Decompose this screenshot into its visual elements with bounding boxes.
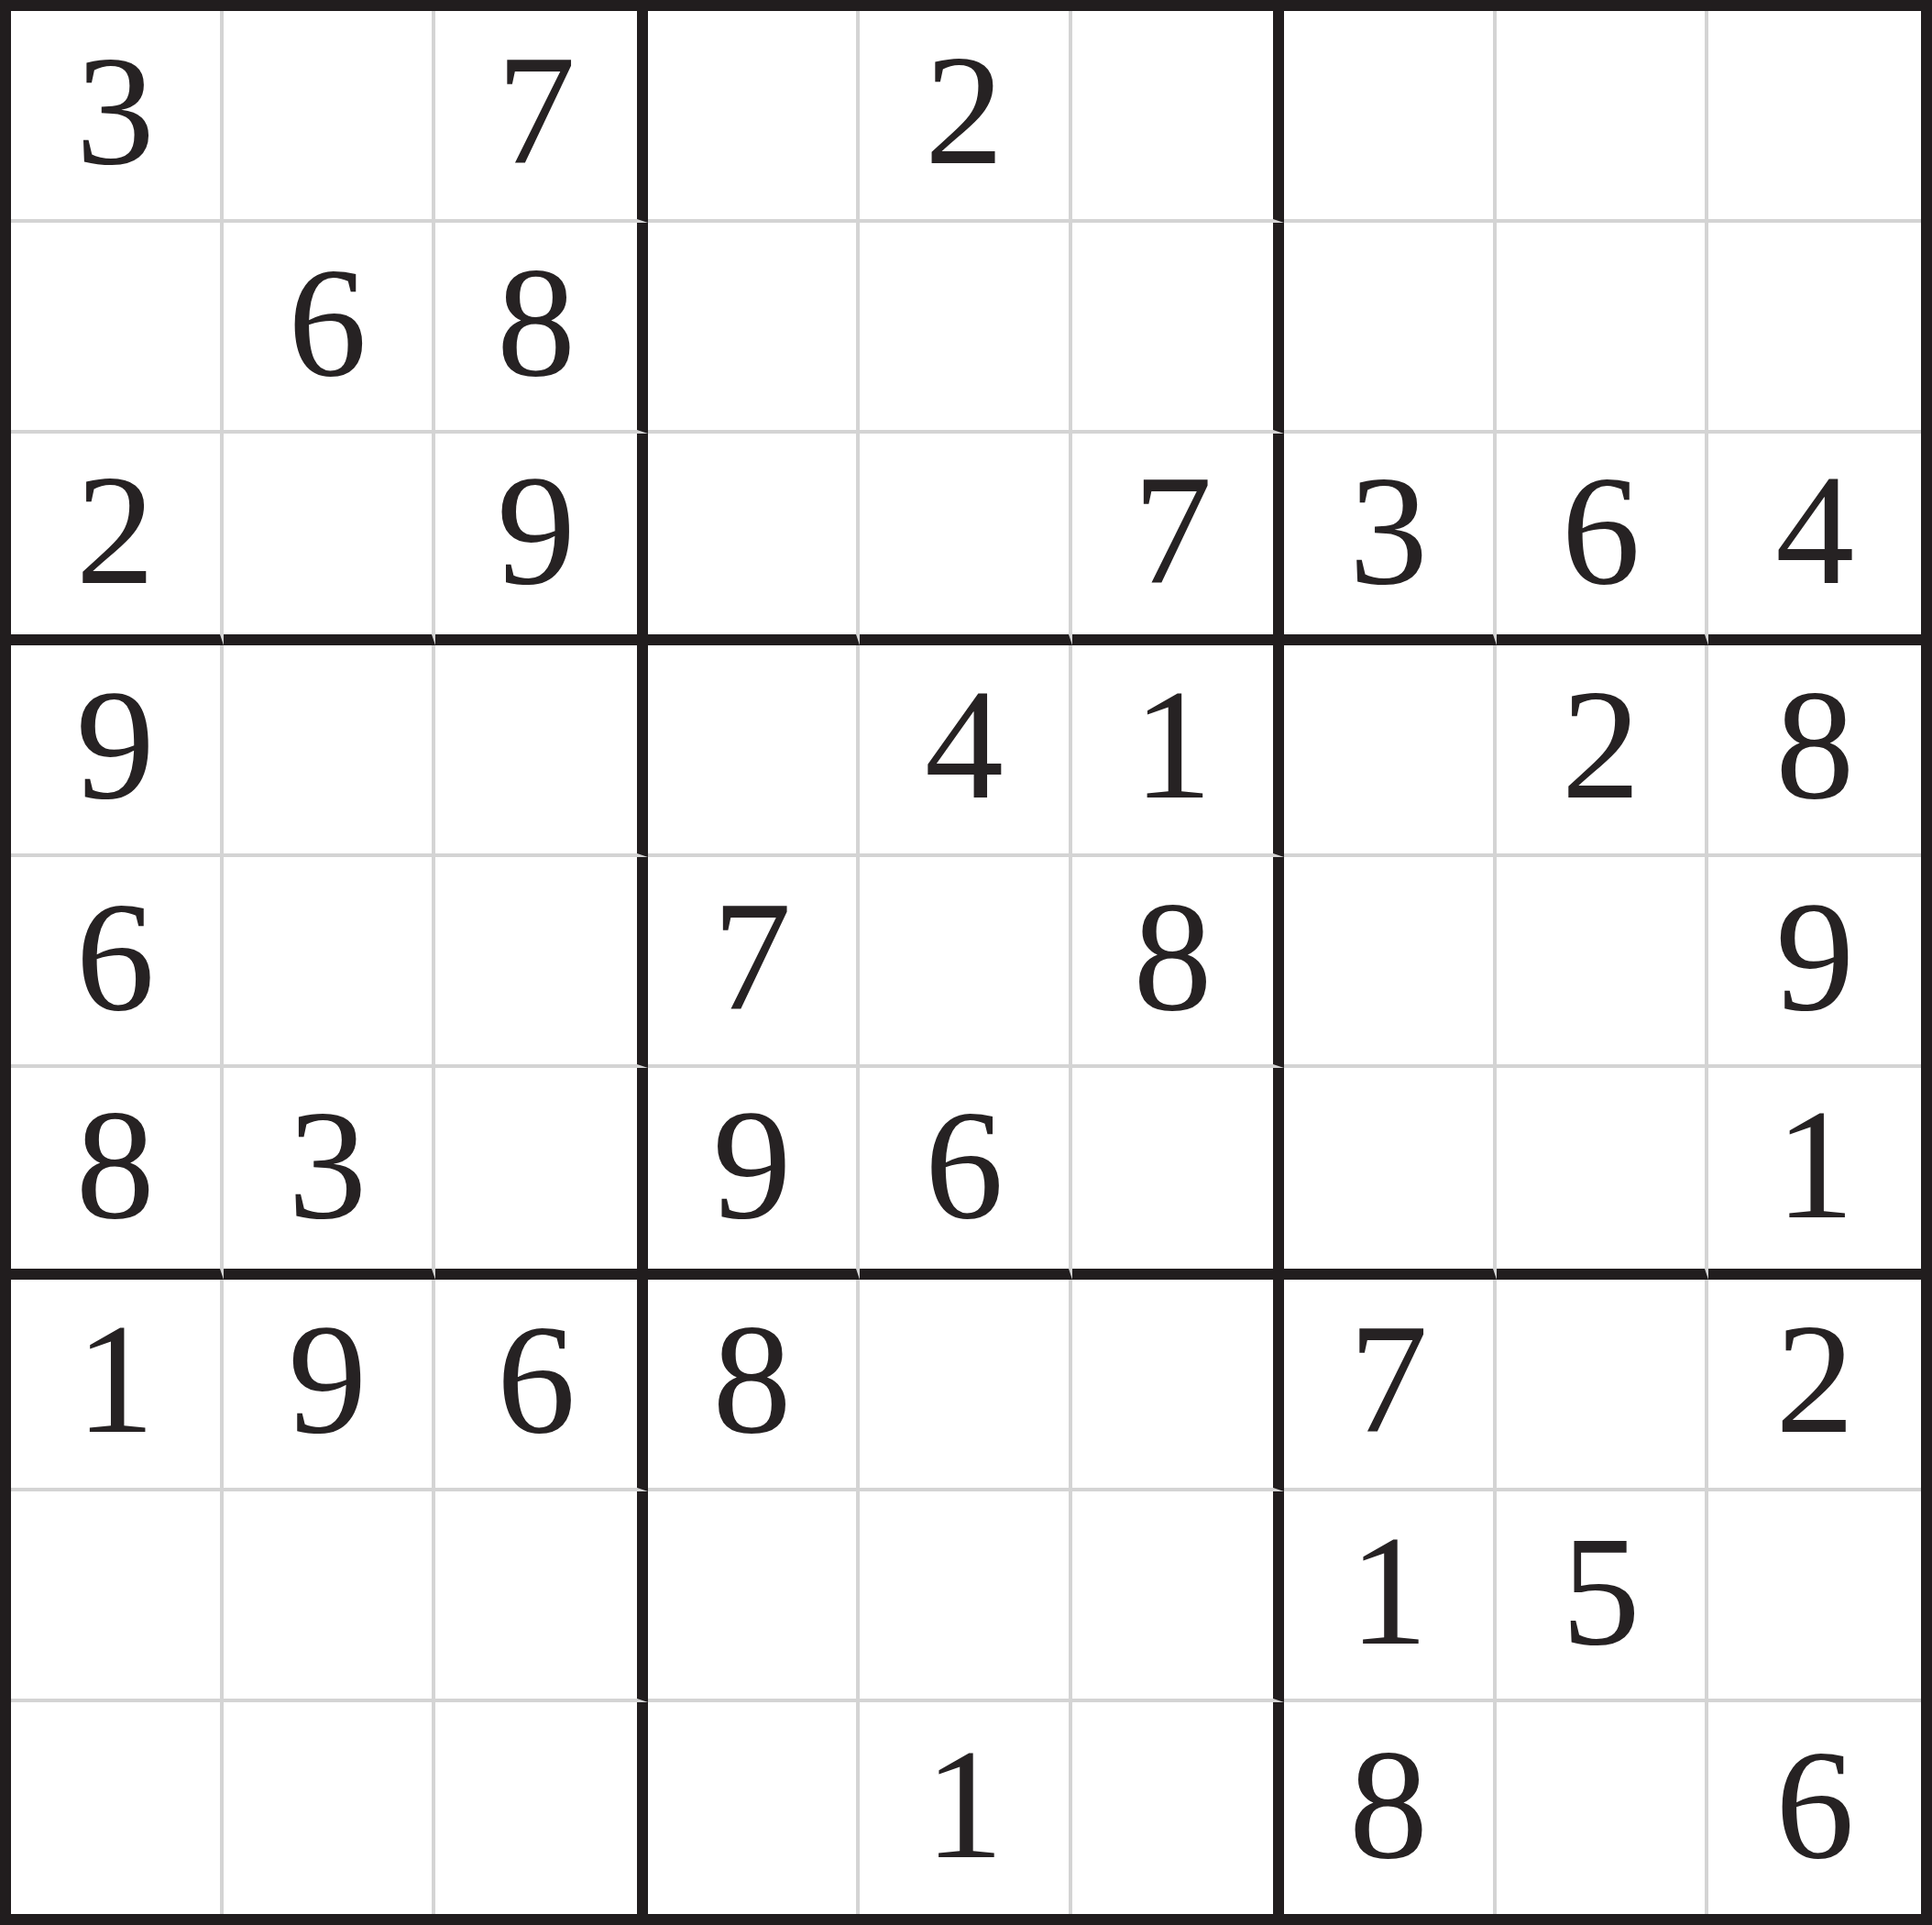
cell-r6c1-given[interactable]: 8 — [11, 1068, 224, 1280]
cell-r7c4-given[interactable]: 8 — [648, 1280, 861, 1491]
cell-r9c5-given[interactable]: 1 — [860, 1702, 1072, 1914]
cell-r7c1-given[interactable]: 1 — [11, 1280, 224, 1491]
cell-r8c2-empty[interactable] — [224, 1491, 436, 1703]
cell-r6c7-empty[interactable] — [1284, 1068, 1497, 1280]
cell-r9c3-empty[interactable] — [435, 1702, 648, 1914]
cell-r2c1-empty[interactable] — [11, 223, 224, 434]
cell-r2c7-empty[interactable] — [1284, 223, 1497, 434]
cell-r5c2-empty[interactable] — [224, 857, 436, 1069]
cell-r5c7-empty[interactable] — [1284, 857, 1497, 1069]
cell-r9c7-given[interactable]: 8 — [1284, 1702, 1497, 1914]
cell-r1c4-empty[interactable] — [648, 11, 861, 223]
cell-r7c6-empty[interactable] — [1072, 1280, 1285, 1491]
cell-r1c7-empty[interactable] — [1284, 11, 1497, 223]
cell-r1c3-given[interactable]: 7 — [435, 11, 648, 223]
cell-r4c2-empty[interactable] — [224, 645, 436, 857]
cell-r7c3-given[interactable]: 6 — [435, 1280, 648, 1491]
cell-r4c7-empty[interactable] — [1284, 645, 1497, 857]
cell-r9c4-empty[interactable] — [648, 1702, 861, 1914]
cell-r5c5-empty[interactable] — [860, 857, 1072, 1069]
cell-r7c7-given[interactable]: 7 — [1284, 1280, 1497, 1491]
cell-r7c2-given[interactable]: 9 — [224, 1280, 436, 1491]
cell-r2c9-empty[interactable] — [1708, 223, 1921, 434]
cell-r3c8-given[interactable]: 6 — [1497, 434, 1709, 645]
cell-r1c9-empty[interactable] — [1708, 11, 1921, 223]
cell-r4c3-empty[interactable] — [435, 645, 648, 857]
cell-r9c8-empty[interactable] — [1497, 1702, 1709, 1914]
cell-r1c5-given[interactable]: 2 — [860, 11, 1072, 223]
cell-r4c8-given[interactable]: 2 — [1497, 645, 1709, 857]
cell-r4c4-empty[interactable] — [648, 645, 861, 857]
cell-r1c2-empty[interactable] — [224, 11, 436, 223]
cell-r8c4-empty[interactable] — [648, 1491, 861, 1703]
cell-r3c5-empty[interactable] — [860, 434, 1072, 645]
cell-r1c6-empty[interactable] — [1072, 11, 1285, 223]
cell-r6c5-given[interactable]: 6 — [860, 1068, 1072, 1280]
cell-r3c6-given[interactable]: 7 — [1072, 434, 1285, 645]
cell-r8c3-empty[interactable] — [435, 1491, 648, 1703]
cell-r2c2-given[interactable]: 6 — [224, 223, 436, 434]
cell-r6c6-empty[interactable] — [1072, 1068, 1285, 1280]
cell-r6c9-given[interactable]: 1 — [1708, 1068, 1921, 1280]
cell-r3c7-given[interactable]: 3 — [1284, 434, 1497, 645]
cell-r4c6-given[interactable]: 1 — [1072, 645, 1285, 857]
cell-r7c8-empty[interactable] — [1497, 1280, 1709, 1491]
cell-r8c6-empty[interactable] — [1072, 1491, 1285, 1703]
cell-r1c8-empty[interactable] — [1497, 11, 1709, 223]
cell-r8c8-given[interactable]: 5 — [1497, 1491, 1709, 1703]
cell-r6c8-empty[interactable] — [1497, 1068, 1709, 1280]
cell-r6c3-empty[interactable] — [435, 1068, 648, 1280]
cell-r9c2-empty[interactable] — [224, 1702, 436, 1914]
cell-r3c3-given[interactable]: 9 — [435, 434, 648, 645]
cell-r6c2-given[interactable]: 3 — [224, 1068, 436, 1280]
cell-r2c6-empty[interactable] — [1072, 223, 1285, 434]
cell-r5c4-given[interactable]: 7 — [648, 857, 861, 1069]
cell-r3c4-empty[interactable] — [648, 434, 861, 645]
cell-r5c6-given[interactable]: 8 — [1072, 857, 1285, 1069]
cell-r9c6-empty[interactable] — [1072, 1702, 1285, 1914]
cell-r9c1-empty[interactable] — [11, 1702, 224, 1914]
cell-r3c9-given[interactable]: 4 — [1708, 434, 1921, 645]
cell-r5c8-empty[interactable] — [1497, 857, 1709, 1069]
cell-r8c7-given[interactable]: 1 — [1284, 1491, 1497, 1703]
cell-r4c5-given[interactable]: 4 — [860, 645, 1072, 857]
cell-r1c1-given[interactable]: 3 — [11, 11, 224, 223]
cell-r3c1-given[interactable]: 2 — [11, 434, 224, 645]
cell-r8c5-empty[interactable] — [860, 1491, 1072, 1703]
cell-r2c4-empty[interactable] — [648, 223, 861, 434]
cell-r7c5-empty[interactable] — [860, 1280, 1072, 1491]
cell-r2c3-given[interactable]: 8 — [435, 223, 648, 434]
cell-r2c8-empty[interactable] — [1497, 223, 1709, 434]
cell-r2c5-empty[interactable] — [860, 223, 1072, 434]
cell-r8c9-empty[interactable] — [1708, 1491, 1921, 1703]
cell-r6c4-given[interactable]: 9 — [648, 1068, 861, 1280]
cell-r4c9-given[interactable]: 8 — [1708, 645, 1921, 857]
cell-r4c1-given[interactable]: 9 — [11, 645, 224, 857]
sudoku-board: 372682973649412867898396119687215186 — [0, 0, 1932, 1925]
cell-r7c9-given[interactable]: 2 — [1708, 1280, 1921, 1491]
cell-r3c2-empty[interactable] — [224, 434, 436, 645]
cell-r5c1-given[interactable]: 6 — [11, 857, 224, 1069]
cell-r8c1-empty[interactable] — [11, 1491, 224, 1703]
cell-r5c3-empty[interactable] — [435, 857, 648, 1069]
cell-r9c9-given[interactable]: 6 — [1708, 1702, 1921, 1914]
cell-r5c9-given[interactable]: 9 — [1708, 857, 1921, 1069]
